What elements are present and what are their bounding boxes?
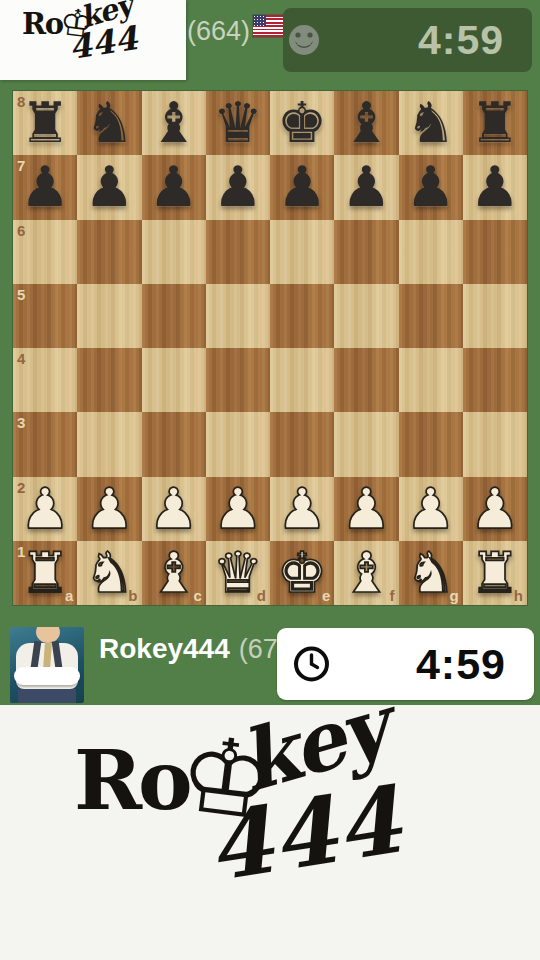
piece-white-pawn: ♟ (84, 481, 134, 537)
square-d4[interactable] (206, 348, 270, 412)
piece-black-pawn: ♟ (406, 159, 456, 215)
opponent-timer-panel: 4:59 (283, 8, 532, 72)
piece-black-knight: ♞ (406, 95, 456, 151)
square-f6[interactable] (334, 220, 398, 284)
square-b7[interactable]: ♟ (77, 155, 141, 219)
square-h3[interactable] (463, 412, 527, 476)
piece-black-pawn: ♟ (20, 159, 70, 215)
rank-label-6: 6 (17, 223, 25, 238)
square-c2[interactable]: ♟ (142, 477, 206, 541)
logo-king-icon: ♔ (174, 721, 280, 837)
square-b3[interactable] (77, 412, 141, 476)
logo-text-ro: Ro (22, 10, 63, 39)
player-info: Rokey444 (678) (99, 633, 302, 665)
piece-black-pawn: ♟ (149, 159, 199, 215)
player-avatar (10, 627, 84, 703)
piece-black-pawn: ♟ (277, 159, 327, 215)
piece-white-bishop: ♝ (341, 545, 391, 601)
piece-white-pawn: ♟ (277, 481, 327, 537)
square-b4[interactable] (77, 348, 141, 412)
piece-black-pawn: ♟ (84, 159, 134, 215)
piece-white-king: ♚ (277, 545, 327, 601)
clock-icon (293, 646, 330, 683)
player-name: Rokey444 (99, 633, 230, 665)
avatar-pants (18, 689, 76, 703)
square-d7[interactable]: ♟ (206, 155, 270, 219)
square-h1[interactable]: h♜ (463, 541, 527, 605)
square-a6[interactable]: 6 (13, 220, 77, 284)
logo-text-ro: Ro (74, 739, 189, 821)
square-c7[interactable]: ♟ (142, 155, 206, 219)
square-e5[interactable] (270, 284, 334, 348)
chess-app-screen: (664) 4:59 Ro ♔ key 444 8♜♞♝♛♚♝♞♜7♟♟♟♟♟♟… (0, 0, 540, 960)
piece-white-pawn: ♟ (470, 481, 520, 537)
rokey-logo: Ro ♔ key 444 (22, 3, 139, 60)
square-b2[interactable]: ♟ (77, 477, 141, 541)
square-a5[interactable]: 5 (13, 284, 77, 348)
square-g5[interactable] (399, 284, 463, 348)
square-c1[interactable]: c♝ (142, 541, 206, 605)
square-h7[interactable]: ♟ (463, 155, 527, 219)
piece-black-pawn: ♟ (470, 159, 520, 215)
square-h8[interactable]: ♜ (463, 91, 527, 155)
square-a2[interactable]: 2♟ (13, 477, 77, 541)
square-a7[interactable]: 7♟ (13, 155, 77, 219)
piece-black-queen: ♛ (213, 95, 263, 151)
square-a4[interactable]: 4 (13, 348, 77, 412)
square-f5[interactable] (334, 284, 398, 348)
piece-black-pawn: ♟ (213, 159, 263, 215)
square-h6[interactable] (463, 220, 527, 284)
square-g3[interactable] (399, 412, 463, 476)
square-d5[interactable] (206, 284, 270, 348)
emote-smiley-icon[interactable] (287, 23, 321, 57)
square-d8[interactable]: ♛ (206, 91, 270, 155)
square-g4[interactable] (399, 348, 463, 412)
square-f3[interactable] (334, 412, 398, 476)
square-c6[interactable] (142, 220, 206, 284)
square-g8[interactable]: ♞ (399, 91, 463, 155)
square-h2[interactable]: ♟ (463, 477, 527, 541)
square-d3[interactable] (206, 412, 270, 476)
square-c5[interactable] (142, 284, 206, 348)
square-e6[interactable] (270, 220, 334, 284)
piece-black-rook: ♜ (470, 95, 520, 151)
rokey-logo: Ro ♔ key 444 (74, 721, 404, 881)
piece-black-pawn: ♟ (341, 159, 391, 215)
square-g7[interactable]: ♟ (399, 155, 463, 219)
square-c4[interactable] (142, 348, 206, 412)
chess-board: 8♜♞♝♛♚♝♞♜7♟♟♟♟♟♟♟♟65432♟♟♟♟♟♟♟♟1a♜b♞c♝d♛… (13, 91, 527, 605)
player-clock: 4:59 (416, 640, 506, 689)
rank-label-3: 3 (17, 415, 25, 430)
watermark-logo-small: Ro ♔ key 444 (0, 0, 186, 80)
piece-white-pawn: ♟ (406, 481, 456, 537)
piece-black-rook: ♜ (20, 95, 70, 151)
square-f4[interactable] (334, 348, 398, 412)
square-e4[interactable] (270, 348, 334, 412)
piece-white-knight: ♞ (406, 545, 456, 601)
square-g2[interactable]: ♟ (399, 477, 463, 541)
piece-black-knight: ♞ (84, 95, 134, 151)
square-e2[interactable]: ♟ (270, 477, 334, 541)
player-timer-panel: 4:59 (277, 628, 534, 700)
piece-white-knight: ♞ (84, 545, 134, 601)
square-a3[interactable]: 3 (13, 412, 77, 476)
square-d2[interactable]: ♟ (206, 477, 270, 541)
square-c8[interactable]: ♝ (142, 91, 206, 155)
piece-black-bishop: ♝ (341, 95, 391, 151)
us-flag-icon (253, 15, 283, 37)
square-d6[interactable] (206, 220, 270, 284)
rank-label-4: 4 (17, 351, 25, 366)
square-b1[interactable]: b♞ (77, 541, 141, 605)
piece-white-pawn: ♟ (20, 481, 70, 537)
square-b5[interactable] (77, 284, 141, 348)
square-h5[interactable] (463, 284, 527, 348)
piece-white-rook: ♜ (20, 545, 70, 601)
watermark-logo-large: Ro ♔ key 444 (0, 705, 540, 960)
avatar-crossed-arms (14, 667, 80, 685)
square-h4[interactable] (463, 348, 527, 412)
opponent-rating: (664) (187, 16, 250, 47)
piece-white-pawn: ♟ (213, 481, 263, 537)
piece-black-bishop: ♝ (149, 95, 199, 151)
logo-king-icon: ♔ (57, 3, 95, 44)
square-e8[interactable]: ♚ (270, 91, 334, 155)
square-f2[interactable]: ♟ (334, 477, 398, 541)
piece-white-pawn: ♟ (149, 481, 199, 537)
square-a8[interactable]: 8♜ (13, 91, 77, 155)
flag-canton (253, 15, 266, 26)
square-b6[interactable] (77, 220, 141, 284)
square-e1[interactable]: e♚ (270, 541, 334, 605)
piece-white-pawn: ♟ (341, 481, 391, 537)
square-e3[interactable] (270, 412, 334, 476)
piece-black-king: ♚ (277, 95, 327, 151)
square-d1[interactable]: d♛ (206, 541, 270, 605)
square-b8[interactable]: ♞ (77, 91, 141, 155)
square-e7[interactable]: ♟ (270, 155, 334, 219)
square-f1[interactable]: f♝ (334, 541, 398, 605)
square-g1[interactable]: g♞ (399, 541, 463, 605)
square-c3[interactable] (142, 412, 206, 476)
square-f8[interactable]: ♝ (334, 91, 398, 155)
piece-white-bishop: ♝ (149, 545, 199, 601)
opponent-clock: 4:59 (418, 17, 504, 64)
square-g6[interactable] (399, 220, 463, 284)
square-f7[interactable]: ♟ (334, 155, 398, 219)
piece-white-queen: ♛ (213, 545, 263, 601)
square-a1[interactable]: 1a♜ (13, 541, 77, 605)
rank-label-5: 5 (17, 287, 25, 302)
piece-white-rook: ♜ (470, 545, 520, 601)
